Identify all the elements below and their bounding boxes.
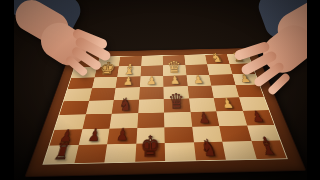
board-square[interactable] [139, 87, 164, 100]
video-frame: ♞♜♚♝♛♟♟♟♟♟♞♛♟♟♟♟♟♟♜♚♞♝ [0, 0, 320, 180]
board-square[interactable]: ♟ [116, 76, 141, 88]
board-square[interactable]: ♛ [164, 98, 190, 112]
board-square[interactable]: ♟ [163, 75, 187, 87]
board-square[interactable] [74, 145, 107, 164]
board-square[interactable] [138, 99, 164, 113]
letterbox-bar-right [307, 0, 320, 180]
letterbox-bar-left [0, 0, 14, 180]
board-square[interactable] [164, 126, 193, 143]
piece-black-queen[interactable]: ♛ [168, 91, 186, 112]
piece-black-pawn[interactable]: ♟ [115, 127, 129, 144]
piece-white-pawn[interactable]: ♟ [146, 75, 156, 87]
piece-white-knight[interactable]: ♞ [209, 51, 224, 64]
board-square[interactable] [64, 88, 92, 101]
board-square[interactable] [92, 77, 118, 89]
board-square[interactable] [89, 88, 116, 101]
board-square[interactable] [187, 86, 213, 99]
piece-white-pawn[interactable]: ♟ [170, 75, 181, 87]
board-square[interactable] [184, 55, 207, 65]
board-square[interactable]: ♟ [78, 128, 109, 145]
board-square[interactable]: ♚ [135, 143, 165, 162]
board-square[interactable]: ♝ [251, 141, 286, 159]
board-square[interactable] [68, 77, 95, 89]
board-square[interactable] [165, 143, 196, 162]
piece-white-pawn[interactable]: ♟ [221, 97, 235, 111]
piece-black-knight[interactable]: ♞ [118, 96, 134, 114]
piece-black-king[interactable]: ♚ [140, 132, 161, 162]
board-square[interactable]: ♟ [190, 111, 219, 126]
board-frame: ♞♜♚♝♛♟♟♟♟♟♞♛♟♟♟♟♟♟♜♚♞♝ [24, 48, 306, 178]
board-square[interactable] [141, 56, 163, 66]
board-square[interactable]: ♟ [139, 76, 163, 88]
board-square[interactable] [86, 100, 114, 114]
photo-scene: ♞♜♚♝♛♟♟♟♟♟♞♛♟♟♟♟♟♟♜♚♞♝ [14, 0, 307, 180]
board-square[interactable] [216, 111, 246, 126]
board-square[interactable] [207, 64, 232, 75]
board-square[interactable]: ♞ [194, 142, 226, 161]
board-square[interactable]: ♟ [186, 75, 211, 87]
board-square[interactable]: ♟ [214, 97, 243, 111]
board-square[interactable]: ♞ [205, 54, 229, 64]
piece-black-pawn[interactable]: ♟ [86, 128, 101, 145]
board-square[interactable] [104, 144, 136, 163]
board-square[interactable] [59, 101, 88, 115]
piece-white-pawn[interactable]: ♟ [193, 74, 205, 86]
board-square[interactable] [137, 112, 164, 127]
piece-white-pawn[interactable]: ♟ [122, 76, 133, 88]
board-square[interactable] [209, 74, 235, 86]
board-square[interactable]: ♞ [112, 100, 139, 114]
board-square[interactable]: ♟ [107, 128, 137, 145]
board-square[interactable]: ♟ [242, 110, 274, 125]
piece-black-pawn[interactable]: ♟ [250, 109, 266, 125]
board-square[interactable]: ♜ [44, 145, 79, 164]
board-square[interactable] [164, 112, 192, 127]
piece-black-pawn[interactable]: ♟ [198, 111, 212, 127]
